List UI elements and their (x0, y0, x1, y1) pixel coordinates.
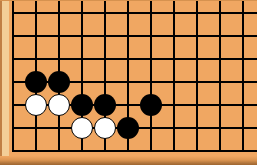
black-stone (140, 94, 162, 116)
goban-frame (0, 0, 257, 165)
grid-line-horizontal (12, 35, 257, 37)
black-stone (94, 94, 116, 116)
white-stone (48, 94, 70, 116)
black-stone (117, 117, 139, 139)
grid-line-horizontal (12, 12, 257, 14)
grid-line-vertical (12, 0, 14, 152)
white-stone (71, 117, 93, 139)
grid-line-vertical (196, 0, 198, 152)
board-edge-bottom-shadow (0, 156, 257, 165)
grid-line-vertical (173, 0, 175, 152)
go-diagram (0, 0, 257, 165)
grid-line-horizontal (12, 58, 257, 60)
grid-line-vertical (150, 0, 152, 152)
board-edge-top-shade (0, 0, 257, 1)
white-stone (94, 117, 116, 139)
grid-line-vertical (242, 0, 244, 152)
black-stone (48, 71, 70, 93)
white-stone (25, 94, 47, 116)
go-board-grid[interactable] (0, 0, 257, 165)
black-stone (71, 94, 93, 116)
board-edge-left-highlight (2, 0, 9, 165)
grid-line-horizontal (12, 150, 257, 152)
black-stone (25, 71, 47, 93)
grid-line-vertical (219, 0, 221, 152)
